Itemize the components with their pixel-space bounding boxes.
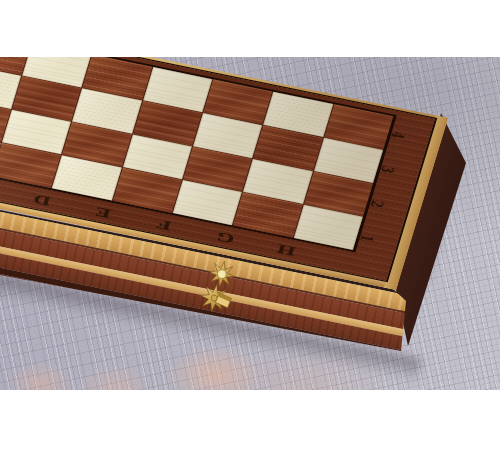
rank-label-glyph-3: 3 bbox=[377, 165, 398, 175]
brass-clasp bbox=[188, 254, 252, 323]
rank-label-glyph-1: 1 bbox=[357, 233, 378, 243]
photo-scene: ABCDEFGH 1234 bbox=[0, 0, 500, 450]
rank-label-glyph-2: 2 bbox=[367, 199, 388, 209]
letterbox-bottom bbox=[0, 390, 500, 450]
letterbox-top bbox=[0, 0, 500, 57]
rank-label-glyph-4: 4 bbox=[388, 130, 409, 140]
